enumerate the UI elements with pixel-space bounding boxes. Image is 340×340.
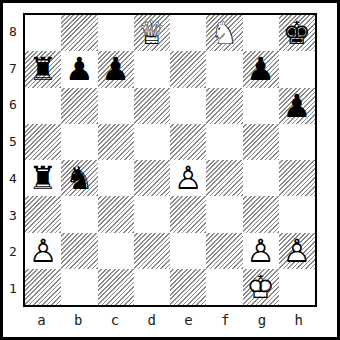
square-b4[interactable]: ♞	[61, 160, 97, 196]
rank-labels: 87654321	[3, 13, 23, 307]
square-d6[interactable]	[134, 88, 170, 124]
piece-black-pawn[interactable]: ♟	[98, 51, 134, 87]
piece-white-king[interactable]: ♔	[243, 269, 279, 305]
rank-label-2: 2	[3, 234, 23, 271]
square-g2[interactable]: ♟♙	[243, 233, 279, 269]
file-label-b: b	[60, 307, 97, 333]
rank-label-8: 8	[3, 13, 23, 50]
square-g7[interactable]: ♟	[243, 51, 279, 87]
file-label-e: e	[170, 307, 207, 333]
square-e7[interactable]	[170, 51, 206, 87]
square-h8[interactable]: ♚	[279, 15, 315, 51]
piece-black-pawn[interactable]: ♟	[61, 51, 97, 87]
square-c5[interactable]	[98, 124, 134, 160]
piece-black-knight[interactable]: ♞	[61, 160, 97, 196]
square-c2[interactable]	[98, 233, 134, 269]
rank-label-6: 6	[3, 87, 23, 124]
square-a1[interactable]	[25, 269, 61, 305]
square-d3[interactable]	[134, 196, 170, 232]
square-f8[interactable]: ♞♘	[206, 15, 242, 51]
square-g8[interactable]	[243, 15, 279, 51]
square-b8[interactable]	[61, 15, 97, 51]
file-label-g: g	[244, 307, 281, 333]
square-a2[interactable]: ♟♙	[25, 233, 61, 269]
chess-diagram: 87654321 ♛♕♞♘♚♜♟♟♟♟♜♞♟♙♟♙♟♙♟♙♚♔ abcdefgh	[0, 0, 340, 340]
square-e6[interactable]	[170, 88, 206, 124]
file-labels: abcdefgh	[23, 307, 317, 333]
square-c4[interactable]	[98, 160, 134, 196]
piece-black-rook[interactable]: ♜	[25, 160, 61, 196]
square-h6[interactable]: ♟	[279, 88, 315, 124]
square-a3[interactable]	[25, 196, 61, 232]
file-label-d: d	[133, 307, 170, 333]
rank-label-4: 4	[3, 160, 23, 197]
square-f4[interactable]	[206, 160, 242, 196]
square-c8[interactable]	[98, 15, 134, 51]
square-d5[interactable]	[134, 124, 170, 160]
piece-fill-white-pawn: ♟	[170, 160, 206, 196]
piece-black-rook[interactable]: ♜	[25, 51, 61, 87]
square-g3[interactable]	[243, 196, 279, 232]
square-e3[interactable]	[170, 196, 206, 232]
file-label-c: c	[97, 307, 134, 333]
square-e2[interactable]	[170, 233, 206, 269]
piece-black-pawn[interactable]: ♟	[243, 51, 279, 87]
square-g4[interactable]	[243, 160, 279, 196]
piece-fill-white-king: ♚	[243, 269, 279, 305]
square-e4[interactable]: ♟♙	[170, 160, 206, 196]
square-d4[interactable]	[134, 160, 170, 196]
square-g6[interactable]	[243, 88, 279, 124]
rank-label-7: 7	[3, 50, 23, 87]
rank-label-5: 5	[3, 123, 23, 160]
chess-board: ♛♕♞♘♚♜♟♟♟♟♜♞♟♙♟♙♟♙♟♙♚♔	[23, 13, 317, 307]
square-h2[interactable]: ♟♙	[279, 233, 315, 269]
square-a6[interactable]	[25, 88, 61, 124]
square-g5[interactable]	[243, 124, 279, 160]
piece-white-pawn[interactable]: ♙	[243, 233, 279, 269]
piece-fill-white-pawn: ♟	[25, 233, 61, 269]
square-a5[interactable]	[25, 124, 61, 160]
square-e1[interactable]	[170, 269, 206, 305]
square-h5[interactable]	[279, 124, 315, 160]
square-h1[interactable]	[279, 269, 315, 305]
square-e5[interactable]	[170, 124, 206, 160]
square-b7[interactable]: ♟	[61, 51, 97, 87]
square-e8[interactable]	[170, 15, 206, 51]
piece-white-queen[interactable]: ♕	[134, 15, 170, 51]
file-label-a: a	[23, 307, 60, 333]
square-b2[interactable]	[61, 233, 97, 269]
square-f3[interactable]	[206, 196, 242, 232]
square-h3[interactable]	[279, 196, 315, 232]
square-h4[interactable]	[279, 160, 315, 196]
square-b6[interactable]	[61, 88, 97, 124]
square-d1[interactable]	[134, 269, 170, 305]
rank-label-1: 1	[3, 270, 23, 307]
piece-black-pawn[interactable]: ♟	[279, 88, 315, 124]
piece-black-king[interactable]: ♚	[279, 15, 315, 51]
square-b3[interactable]	[61, 196, 97, 232]
piece-white-pawn[interactable]: ♙	[25, 233, 61, 269]
square-c1[interactable]	[98, 269, 134, 305]
piece-white-knight[interactable]: ♘	[206, 15, 242, 51]
rank-label-3: 3	[3, 197, 23, 234]
piece-white-pawn[interactable]: ♙	[279, 233, 315, 269]
square-f5[interactable]	[206, 124, 242, 160]
piece-fill-white-queen: ♛	[134, 15, 170, 51]
square-d2[interactable]	[134, 233, 170, 269]
square-f6[interactable]	[206, 88, 242, 124]
piece-white-pawn[interactable]: ♙	[170, 160, 206, 196]
square-b5[interactable]	[61, 124, 97, 160]
square-f7[interactable]	[206, 51, 242, 87]
square-f1[interactable]	[206, 269, 242, 305]
square-c3[interactable]	[98, 196, 134, 232]
piece-fill-white-pawn: ♟	[279, 233, 315, 269]
file-label-h: h	[280, 307, 317, 333]
square-c7[interactable]: ♟	[98, 51, 134, 87]
square-b1[interactable]	[61, 269, 97, 305]
square-a8[interactable]	[25, 15, 61, 51]
file-label-f: f	[207, 307, 244, 333]
square-g1[interactable]: ♚♔	[243, 269, 279, 305]
square-d7[interactable]	[134, 51, 170, 87]
square-d8[interactable]: ♛♕	[134, 15, 170, 51]
piece-fill-white-pawn: ♟	[243, 233, 279, 269]
piece-fill-white-knight: ♞	[206, 15, 242, 51]
square-a7[interactable]: ♜	[25, 51, 61, 87]
square-c6[interactable]	[98, 88, 134, 124]
board-grid: ♛♕♞♘♚♜♟♟♟♟♜♞♟♙♟♙♟♙♟♙♚♔	[25, 15, 315, 305]
square-f2[interactable]	[206, 233, 242, 269]
square-h7[interactable]	[279, 51, 315, 87]
square-a4[interactable]: ♜	[25, 160, 61, 196]
